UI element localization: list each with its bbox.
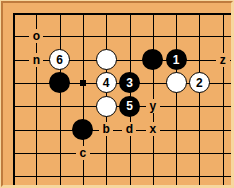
black-stone-1: 1	[166, 49, 187, 70]
point-label-y: y	[146, 99, 160, 113]
point-label-z: z	[216, 53, 230, 67]
black-stone	[49, 72, 70, 93]
hoshi-marker	[80, 80, 86, 86]
white-stone	[96, 96, 117, 117]
go-board: onzybdxc614325	[1, 1, 233, 187]
board-items: onzybdxc614325	[1, 1, 233, 187]
white-stone-4: 4	[96, 72, 117, 93]
diagram-frame: onzybdxc614325	[0, 0, 234, 188]
black-stone-5: 5	[119, 96, 140, 117]
white-stone	[166, 72, 187, 93]
black-stone	[72, 119, 93, 140]
point-label-c: c	[76, 146, 90, 160]
black-stone	[142, 49, 163, 70]
black-stone-3: 3	[119, 72, 140, 93]
white-stone-6: 6	[49, 49, 70, 70]
point-label-n: n	[29, 53, 43, 67]
white-stone-2: 2	[189, 72, 210, 93]
point-label-o: o	[29, 29, 43, 43]
point-label-x: x	[146, 122, 160, 136]
point-label-b: b	[99, 122, 113, 136]
white-stone	[96, 49, 117, 70]
point-label-d: d	[122, 122, 136, 136]
